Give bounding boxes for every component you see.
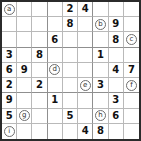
cell-r2c2[interactable]: [17, 17, 32, 32]
circled-label-g: g: [19, 110, 30, 121]
cell-r9c9[interactable]: [124, 124, 139, 139]
cell-r6c2[interactable]: [17, 78, 32, 93]
cell-r9c1[interactable]: i: [2, 124, 17, 139]
cell-r2c4[interactable]: [48, 17, 63, 32]
given-digit: 8: [112, 35, 119, 45]
cell-r8c2[interactable]: g: [17, 109, 32, 124]
given-digit: 6: [112, 111, 119, 121]
circled-label-b: b: [95, 19, 106, 30]
cell-r8c8[interactable]: 6: [109, 109, 124, 124]
cell-r5c2[interactable]: 9: [17, 63, 32, 78]
given-digit: 1: [97, 50, 104, 60]
cell-r4c3[interactable]: 8: [32, 48, 47, 63]
given-digit: 4: [82, 126, 89, 136]
given-digit: 9: [6, 95, 13, 105]
cell-r1c4[interactable]: [48, 2, 63, 17]
cell-r7c7[interactable]: [93, 93, 108, 108]
cell-r9c4[interactable]: [48, 124, 63, 139]
cell-r5c6[interactable]: [78, 63, 93, 78]
cell-r9c3[interactable]: [32, 124, 47, 139]
cell-r3c3[interactable]: [32, 32, 47, 47]
cell-r6c8[interactable]: [109, 78, 124, 93]
cell-r8c5[interactable]: 5: [63, 109, 78, 124]
cell-r5c8[interactable]: 4: [109, 63, 124, 78]
given-digit: 4: [112, 65, 119, 75]
cell-r2c3[interactable]: [32, 17, 47, 32]
cell-r4c4[interactable]: [48, 48, 63, 63]
cell-r7c4[interactable]: 1: [48, 93, 63, 108]
given-digit: 3: [112, 95, 119, 105]
cell-r9c2[interactable]: [17, 124, 32, 139]
circled-label-f: f: [126, 80, 137, 91]
cell-r9c8[interactable]: [109, 124, 124, 139]
given-digit: 9: [112, 19, 119, 29]
cell-r3c6[interactable]: [78, 32, 93, 47]
cell-r7c9[interactable]: [124, 93, 139, 108]
cell-r3c8[interactable]: 8: [109, 32, 124, 47]
cell-r3c2[interactable]: [17, 32, 32, 47]
cell-r2c5[interactable]: 8: [63, 17, 78, 32]
circled-label-c: c: [126, 34, 137, 45]
cell-r7c2[interactable]: [17, 93, 32, 108]
cell-r1c7[interactable]: [93, 2, 108, 17]
cell-r5c1[interactable]: 6: [2, 63, 17, 78]
cell-r8c4[interactable]: [48, 109, 63, 124]
cell-r7c8[interactable]: 3: [109, 93, 124, 108]
cell-r4c5[interactable]: [63, 48, 78, 63]
given-digit: 5: [6, 111, 13, 121]
cell-r2c8[interactable]: 9: [109, 17, 124, 32]
cell-r2c6[interactable]: [78, 17, 93, 32]
given-digit: 4: [82, 4, 89, 14]
cell-r4c6[interactable]: [78, 48, 93, 63]
cell-r8c3[interactable]: [32, 109, 47, 124]
cell-r3c7[interactable]: [93, 32, 108, 47]
given-digit: 9: [21, 65, 28, 75]
given-digit: 2: [6, 80, 13, 90]
cell-r1c9[interactable]: [124, 2, 139, 17]
cell-r3c1[interactable]: [2, 32, 17, 47]
cell-r7c5[interactable]: [63, 93, 78, 108]
circled-label-d: d: [49, 64, 60, 75]
cell-r1c1[interactable]: a: [2, 2, 17, 17]
cell-r5c7[interactable]: [93, 63, 108, 78]
cell-r8c1[interactable]: 5: [2, 109, 17, 124]
given-digit: 7: [128, 65, 135, 75]
cell-r1c6[interactable]: 4: [78, 2, 93, 17]
cell-r2c7[interactable]: b: [93, 17, 108, 32]
cell-r6c7[interactable]: 3: [93, 78, 108, 93]
sudoku-board: a248b968c38169d4722e3f9135g5h6i48: [0, 0, 141, 141]
given-digit: 6: [51, 35, 58, 45]
given-digit: 1: [51, 95, 58, 105]
cell-r5c3[interactable]: [32, 63, 47, 78]
cell-r4c1[interactable]: 3: [2, 48, 17, 63]
circled-label-a: a: [4, 4, 15, 15]
cell-r1c8[interactable]: [109, 2, 124, 17]
given-digit: 5: [67, 111, 74, 121]
cell-r5c4[interactable]: d: [48, 63, 63, 78]
cell-r4c8[interactable]: [109, 48, 124, 63]
cell-r9c6[interactable]: 4: [78, 124, 93, 139]
cell-r8c9[interactable]: [124, 109, 139, 124]
cell-r8c7[interactable]: h: [93, 109, 108, 124]
cell-r6c1[interactable]: 2: [2, 78, 17, 93]
cell-r3c9[interactable]: c: [124, 32, 139, 47]
cell-r5c5[interactable]: [63, 63, 78, 78]
circled-label-e: e: [80, 80, 91, 91]
cell-r2c9[interactable]: [124, 17, 139, 32]
cell-r3c5[interactable]: [63, 32, 78, 47]
cell-r1c2[interactable]: [17, 2, 32, 17]
cell-r9c7[interactable]: 8: [93, 124, 108, 139]
cell-r1c3[interactable]: [32, 2, 47, 17]
cell-r6c3[interactable]: 2: [32, 78, 47, 93]
cell-r9c5[interactable]: [63, 124, 78, 139]
cell-r7c1[interactable]: 9: [2, 93, 17, 108]
given-digit: 2: [67, 4, 74, 14]
cell-r6c5[interactable]: [63, 78, 78, 93]
given-digit: 2: [36, 80, 43, 90]
cell-r4c9[interactable]: [124, 48, 139, 63]
cell-r6c4[interactable]: [48, 78, 63, 93]
given-digit: 8: [97, 126, 104, 136]
given-digit: 8: [36, 50, 43, 60]
given-digit: 3: [97, 80, 104, 90]
cell-r4c7[interactable]: 1: [93, 48, 108, 63]
given-digit: 8: [67, 19, 74, 29]
cell-r4c2[interactable]: [17, 48, 32, 63]
cell-r7c3[interactable]: [32, 93, 47, 108]
circled-label-i: i: [4, 126, 15, 137]
cell-r8c6[interactable]: [78, 109, 93, 124]
given-digit: 3: [6, 50, 13, 60]
cell-r7c6[interactable]: [78, 93, 93, 108]
cell-r5c9[interactable]: 7: [124, 63, 139, 78]
circled-label-h: h: [95, 110, 106, 121]
cell-r2c1[interactable]: [2, 17, 17, 32]
cell-r3c4[interactable]: 6: [48, 32, 63, 47]
cell-r6c9[interactable]: f: [124, 78, 139, 93]
given-digit: 6: [6, 65, 13, 75]
cell-r1c5[interactable]: 2: [63, 2, 78, 17]
cell-r6c6[interactable]: e: [78, 78, 93, 93]
